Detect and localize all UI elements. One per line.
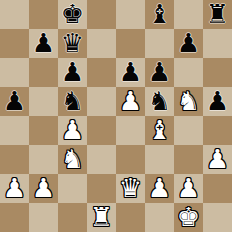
piece-black-pawn[interactable]: ♟ (61, 58, 84, 87)
square-h3[interactable]: ♟ (203, 145, 232, 174)
square-h2[interactable] (203, 174, 232, 203)
square-h5[interactable]: ♟ (203, 87, 232, 116)
square-a6[interactable] (0, 58, 29, 87)
piece-white-pawn[interactable]: ♟ (177, 174, 200, 203)
square-a4[interactable] (0, 116, 29, 145)
square-f2[interactable]: ♟ (145, 174, 174, 203)
piece-black-rook[interactable]: ♜ (206, 0, 229, 29)
square-c6[interactable]: ♟ (58, 58, 87, 87)
square-h7[interactable] (203, 29, 232, 58)
square-b5[interactable] (29, 87, 58, 116)
piece-white-pawn[interactable]: ♟ (3, 174, 26, 203)
square-c2[interactable] (58, 174, 87, 203)
piece-black-pawn[interactable]: ♟ (3, 87, 26, 116)
square-d2[interactable] (87, 174, 116, 203)
square-c3[interactable]: ♞ (58, 145, 87, 174)
piece-black-pawn[interactable]: ♟ (148, 58, 171, 87)
square-c5[interactable]: ♞ (58, 87, 87, 116)
square-g5[interactable]: ♞ (174, 87, 203, 116)
square-c8[interactable]: ♚ (58, 0, 87, 29)
square-e3[interactable] (116, 145, 145, 174)
square-e5[interactable]: ♟ (116, 87, 145, 116)
square-a5[interactable]: ♟ (0, 87, 29, 116)
square-f7[interactable] (145, 29, 174, 58)
square-c1[interactable] (58, 203, 87, 232)
piece-white-pawn[interactable]: ♟ (148, 174, 171, 203)
square-d3[interactable] (87, 145, 116, 174)
square-f5[interactable]: ♞ (145, 87, 174, 116)
piece-black-knight[interactable]: ♞ (148, 87, 171, 116)
square-b7[interactable]: ♟ (29, 29, 58, 58)
square-d8[interactable] (87, 0, 116, 29)
square-h1[interactable] (203, 203, 232, 232)
square-h8[interactable]: ♜ (203, 0, 232, 29)
square-d4[interactable] (87, 116, 116, 145)
piece-white-queen[interactable]: ♛ (119, 174, 142, 203)
square-c4[interactable]: ♟ (58, 116, 87, 145)
piece-black-pawn[interactable]: ♟ (206, 87, 229, 116)
square-g2[interactable]: ♟ (174, 174, 203, 203)
square-b8[interactable] (29, 0, 58, 29)
piece-black-pawn[interactable]: ♟ (119, 58, 142, 87)
piece-white-pawn[interactable]: ♟ (32, 174, 55, 203)
piece-white-pawn[interactable]: ♟ (61, 116, 84, 145)
square-e2[interactable]: ♛ (116, 174, 145, 203)
square-a3[interactable] (0, 145, 29, 174)
square-f8[interactable]: ♝ (145, 0, 174, 29)
piece-black-knight[interactable]: ♞ (61, 87, 84, 116)
square-d5[interactable] (87, 87, 116, 116)
square-f3[interactable] (145, 145, 174, 174)
square-h6[interactable] (203, 58, 232, 87)
square-g1[interactable]: ♚ (174, 203, 203, 232)
piece-white-king[interactable]: ♚ (177, 203, 200, 232)
square-a8[interactable] (0, 0, 29, 29)
square-f4[interactable]: ♝ (145, 116, 174, 145)
square-b3[interactable] (29, 145, 58, 174)
square-f6[interactable]: ♟ (145, 58, 174, 87)
square-e4[interactable] (116, 116, 145, 145)
square-g4[interactable] (174, 116, 203, 145)
square-a2[interactable]: ♟ (0, 174, 29, 203)
piece-black-pawn[interactable]: ♟ (32, 29, 55, 58)
square-b2[interactable]: ♟ (29, 174, 58, 203)
square-d1[interactable]: ♜ (87, 203, 116, 232)
square-g3[interactable] (174, 145, 203, 174)
square-b4[interactable] (29, 116, 58, 145)
piece-black-bishop[interactable]: ♝ (148, 0, 171, 29)
square-a7[interactable] (0, 29, 29, 58)
square-f1[interactable] (145, 203, 174, 232)
piece-white-bishop[interactable]: ♝ (148, 116, 171, 145)
square-d6[interactable] (87, 58, 116, 87)
square-b1[interactable] (29, 203, 58, 232)
square-h4[interactable] (203, 116, 232, 145)
square-g6[interactable] (174, 58, 203, 87)
square-g7[interactable]: ♟ (174, 29, 203, 58)
square-c7[interactable]: ♛ (58, 29, 87, 58)
chess-board: ♚♝♜♟♛♟♟♟♟♟♞♟♞♞♟♟♝♞♟♟♟♛♟♟♜♚ (0, 0, 232, 232)
square-e8[interactable] (116, 0, 145, 29)
piece-black-king[interactable]: ♚ (61, 0, 84, 29)
square-e6[interactable]: ♟ (116, 58, 145, 87)
square-a1[interactable] (0, 203, 29, 232)
square-e1[interactable] (116, 203, 145, 232)
square-g8[interactable] (174, 0, 203, 29)
piece-white-pawn[interactable]: ♟ (119, 87, 142, 116)
piece-black-pawn[interactable]: ♟ (177, 29, 200, 58)
square-b6[interactable] (29, 58, 58, 87)
piece-white-pawn[interactable]: ♟ (206, 145, 229, 174)
piece-white-knight[interactable]: ♞ (61, 145, 84, 174)
square-d7[interactable] (87, 29, 116, 58)
piece-white-knight[interactable]: ♞ (177, 87, 200, 116)
piece-white-rook[interactable]: ♜ (90, 203, 113, 232)
square-e7[interactable] (116, 29, 145, 58)
piece-black-queen[interactable]: ♛ (61, 29, 84, 58)
